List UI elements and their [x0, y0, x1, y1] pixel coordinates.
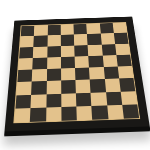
chess-board: [13, 22, 140, 124]
board-square: [106, 91, 122, 105]
board-square: [76, 106, 92, 121]
board-square: [61, 93, 76, 107]
board-square: [73, 24, 87, 35]
board-square: [88, 55, 103, 67]
board-square: [61, 68, 76, 81]
board-square: [112, 23, 126, 34]
board-square: [61, 45, 75, 57]
board-square: [61, 106, 77, 121]
board-square: [76, 92, 92, 106]
board-square: [31, 94, 46, 108]
board-square: [31, 81, 46, 94]
board-square: [74, 34, 88, 45]
board-square: [101, 44, 116, 56]
board-square: [99, 23, 113, 34]
board-square: [102, 55, 117, 67]
board-square: [103, 67, 119, 80]
board-square: [46, 81, 61, 94]
board-square: [47, 46, 61, 58]
board-square: [75, 56, 90, 68]
board-square: [47, 35, 61, 46]
board-square: [14, 108, 30, 123]
board-square: [104, 79, 120, 92]
board-square: [61, 80, 76, 93]
board-square: [118, 66, 134, 79]
board-square: [20, 36, 34, 47]
board-square: [114, 33, 129, 44]
board-square: [100, 33, 115, 44]
board-square: [34, 36, 48, 47]
board-square: [33, 46, 47, 58]
product-photo-background: [0, 0, 150, 150]
chess-board-frame: [4, 17, 149, 132]
board-square: [87, 34, 101, 45]
board-square: [60, 24, 73, 35]
board-square: [107, 105, 124, 120]
board-square: [119, 78, 135, 91]
board-square: [47, 57, 61, 69]
board-square: [122, 104, 139, 119]
board-square: [120, 91, 137, 105]
board-square: [32, 57, 46, 69]
board-square: [19, 47, 33, 59]
board-square: [75, 68, 90, 81]
board-square: [18, 58, 33, 70]
board-square: [92, 105, 108, 120]
board-square: [30, 107, 46, 122]
board-square: [47, 25, 60, 36]
board-square: [46, 68, 61, 81]
board-square: [86, 24, 100, 35]
board-square: [116, 54, 132, 66]
board-square: [74, 45, 88, 57]
board-square: [34, 25, 47, 36]
board-square: [61, 35, 75, 46]
board-square: [46, 107, 62, 122]
board-square: [115, 43, 130, 55]
board-square: [16, 82, 31, 95]
board-square: [32, 69, 47, 82]
board-square: [21, 26, 35, 37]
board-square: [89, 67, 104, 80]
board-perspective-wrapper: [3, 0, 148, 140]
board-square: [61, 56, 75, 68]
board-square: [17, 69, 32, 82]
board-square: [88, 44, 103, 56]
board-square: [15, 94, 31, 108]
board-square: [75, 80, 90, 93]
board-square: [91, 92, 107, 106]
board-square: [90, 79, 106, 92]
board-square: [46, 93, 61, 107]
